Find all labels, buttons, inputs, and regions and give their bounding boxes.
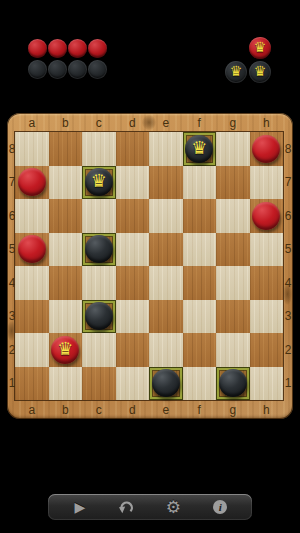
rank-label-7: 7 — [283, 166, 293, 200]
piece-red-man[interactable] — [18, 168, 46, 196]
square-f3[interactable] — [183, 300, 217, 334]
app-screen: ♛ ♛♛ abcdefgh abcdefgh 87654321 87654321… — [0, 0, 300, 533]
square-b8[interactable] — [49, 132, 83, 166]
square-c2[interactable] — [82, 333, 116, 367]
file-label-d: d — [116, 401, 150, 418]
rank-label-2: 2 — [283, 333, 293, 367]
file-label-f: f — [183, 401, 217, 418]
file-label-c: c — [82, 114, 116, 131]
square-h7[interactable] — [250, 166, 284, 200]
square-d6[interactable] — [116, 199, 150, 233]
info-icon: i — [213, 500, 227, 514]
file-label-a: a — [15, 114, 49, 131]
file-label-h: h — [250, 401, 284, 418]
king-crown-icon: ♛ — [57, 340, 73, 358]
square-c5[interactable] — [82, 233, 116, 267]
square-d7[interactable] — [116, 166, 150, 200]
square-c4[interactable] — [82, 266, 116, 300]
tray-black-man — [28, 60, 47, 79]
square-h2[interactable] — [250, 333, 284, 367]
square-a7[interactable] — [15, 166, 49, 200]
king-crown-icon: ♛ — [254, 40, 267, 54]
square-g3[interactable] — [216, 300, 250, 334]
square-a4[interactable] — [15, 266, 49, 300]
file-label-d: d — [116, 114, 150, 131]
square-d1[interactable] — [116, 367, 150, 401]
square-b2[interactable]: ♛ — [49, 333, 83, 367]
square-c8[interactable] — [82, 132, 116, 166]
square-b6[interactable] — [49, 199, 83, 233]
piece-red-man[interactable] — [18, 235, 46, 263]
rank-label-4: 4 — [283, 266, 293, 300]
square-c7[interactable]: ♛ — [82, 166, 116, 200]
tray-black-man — [68, 60, 87, 79]
square-e2[interactable] — [149, 333, 183, 367]
square-b5[interactable] — [49, 233, 83, 267]
undo-icon — [118, 500, 135, 515]
play-button[interactable]: ▶ — [65, 495, 95, 519]
black-kings-row: ♛♛ — [225, 61, 271, 83]
square-g6[interactable] — [216, 199, 250, 233]
piece-black-man[interactable] — [85, 302, 113, 330]
square-g2[interactable] — [216, 333, 250, 367]
rank-label-3: 3 — [283, 300, 293, 334]
square-h4[interactable] — [250, 266, 284, 300]
file-labels-top: abcdefgh — [15, 114, 283, 131]
toolbar: ▶⚙i — [48, 494, 252, 520]
square-e6[interactable] — [149, 199, 183, 233]
square-g7[interactable] — [216, 166, 250, 200]
square-a8[interactable] — [15, 132, 49, 166]
tray-black-man — [88, 60, 107, 79]
square-f6[interactable] — [183, 199, 217, 233]
square-e3[interactable] — [149, 300, 183, 334]
square-f8[interactable]: ♛ — [183, 132, 217, 166]
square-c1[interactable] — [82, 367, 116, 401]
square-g1[interactable] — [216, 367, 250, 401]
board: abcdefgh abcdefgh 87654321 87654321 ♛♛♛ — [7, 113, 293, 419]
square-f7[interactable] — [183, 166, 217, 200]
file-label-a: a — [15, 401, 49, 418]
square-a3[interactable] — [15, 300, 49, 334]
square-d4[interactable] — [116, 266, 150, 300]
settings-button[interactable]: ⚙ — [158, 495, 188, 519]
square-g4[interactable] — [216, 266, 250, 300]
square-b3[interactable] — [49, 300, 83, 334]
square-b1[interactable] — [49, 367, 83, 401]
square-b4[interactable] — [49, 266, 83, 300]
tray-red-man — [88, 39, 107, 58]
settings-icon: ⚙ — [166, 499, 181, 516]
square-a6[interactable] — [15, 199, 49, 233]
captured-tray-right: ♛ ♛♛ — [225, 37, 271, 83]
square-g8[interactable] — [216, 132, 250, 166]
piece-red-man[interactable] — [252, 135, 280, 163]
square-h3[interactable] — [250, 300, 284, 334]
tray-red-man — [68, 39, 87, 58]
tray-red-king: ♛ — [249, 37, 271, 59]
square-f2[interactable] — [183, 333, 217, 367]
square-d5[interactable] — [116, 233, 150, 267]
file-labels-bottom: abcdefgh — [15, 401, 283, 418]
square-h8[interactable] — [250, 132, 284, 166]
piece-black-man[interactable] — [85, 235, 113, 263]
tray-black-king: ♛ — [225, 61, 247, 83]
rank-label-8: 8 — [283, 132, 293, 166]
piece-black-king[interactable]: ♛ — [185, 135, 213, 163]
red-kings-row: ♛ — [225, 37, 271, 59]
square-d3[interactable] — [116, 300, 150, 334]
file-label-f: f — [183, 114, 217, 131]
square-e8[interactable] — [149, 132, 183, 166]
undo-button[interactable] — [112, 495, 142, 519]
king-crown-icon: ♛ — [254, 64, 267, 78]
square-e7[interactable] — [149, 166, 183, 200]
file-label-e: e — [149, 401, 183, 418]
file-label-e: e — [149, 114, 183, 131]
square-d2[interactable] — [116, 333, 150, 367]
square-f4[interactable] — [183, 266, 217, 300]
file-label-b: b — [49, 401, 83, 418]
file-label-h: h — [250, 114, 284, 131]
king-crown-icon: ♛ — [91, 172, 107, 190]
square-a5[interactable] — [15, 233, 49, 267]
square-e4[interactable] — [149, 266, 183, 300]
info-button[interactable]: i — [205, 495, 235, 519]
king-crown-icon: ♛ — [230, 64, 243, 78]
square-h1[interactable] — [250, 367, 284, 401]
square-g5[interactable] — [216, 233, 250, 267]
file-label-c: c — [82, 401, 116, 418]
file-label-g: g — [216, 401, 250, 418]
square-f1[interactable] — [183, 367, 217, 401]
file-label-b: b — [49, 114, 83, 131]
square-h5[interactable] — [250, 233, 284, 267]
red-men-row — [28, 39, 107, 58]
play-icon: ▶ — [74, 500, 85, 514]
square-e5[interactable] — [149, 233, 183, 267]
piece-black-man[interactable] — [219, 369, 247, 397]
square-b7[interactable] — [49, 166, 83, 200]
board-squares: ♛♛♛ — [15, 132, 283, 400]
piece-black-king[interactable]: ♛ — [85, 168, 113, 196]
file-label-g: g — [216, 114, 250, 131]
rank-label-1: 1 — [283, 367, 293, 401]
tray-black-king: ♛ — [249, 61, 271, 83]
square-a2[interactable] — [15, 333, 49, 367]
tray-red-man — [28, 39, 47, 58]
king-crown-icon: ♛ — [191, 139, 207, 157]
square-e1[interactable] — [149, 367, 183, 401]
square-f5[interactable] — [183, 233, 217, 267]
piece-red-man[interactable] — [252, 202, 280, 230]
square-c6[interactable] — [82, 199, 116, 233]
square-d8[interactable] — [116, 132, 150, 166]
tray-red-man — [48, 39, 67, 58]
square-a1[interactable] — [15, 367, 49, 401]
black-men-row — [28, 60, 107, 79]
piece-red-king[interactable]: ♛ — [51, 336, 79, 364]
rank-label-6: 6 — [283, 199, 293, 233]
piece-black-man[interactable] — [152, 369, 180, 397]
rank-label-5: 5 — [283, 233, 293, 267]
square-c3[interactable] — [82, 300, 116, 334]
square-h6[interactable] — [250, 199, 284, 233]
rank-labels-right: 87654321 — [283, 132, 293, 400]
captured-tray-left — [28, 39, 107, 79]
tray-black-man — [48, 60, 67, 79]
